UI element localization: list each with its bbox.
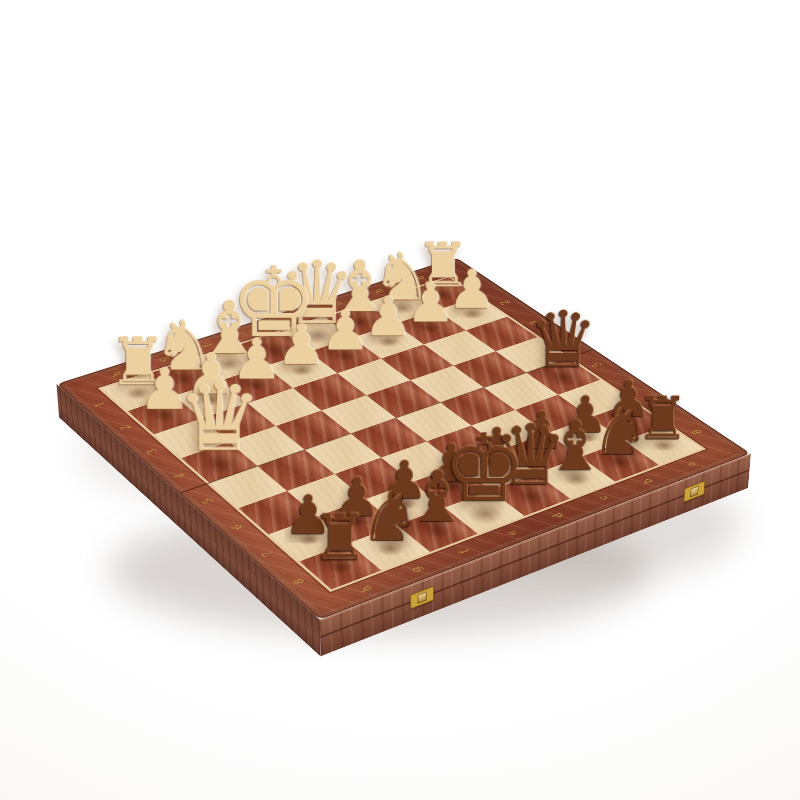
- black-rook-icon: ♜: [312, 506, 369, 569]
- perspective-wrapper: 1234567812345678hgfedcbahgfedcba ♜♞♝♛♚♝♞…: [0, 0, 800, 800]
- brass-clasp: [684, 481, 706, 503]
- chess-board: 1234567812345678hgfedcbahgfedcba ♜♞♝♛♚♝♞…: [56, 258, 750, 620]
- brass-clasp: [410, 586, 434, 610]
- product-photo-scene: 1234567812345678hgfedcbahgfedcba ♜♞♝♛♚♝♞…: [0, 0, 800, 800]
- white-queen-icon: ♛: [177, 371, 262, 466]
